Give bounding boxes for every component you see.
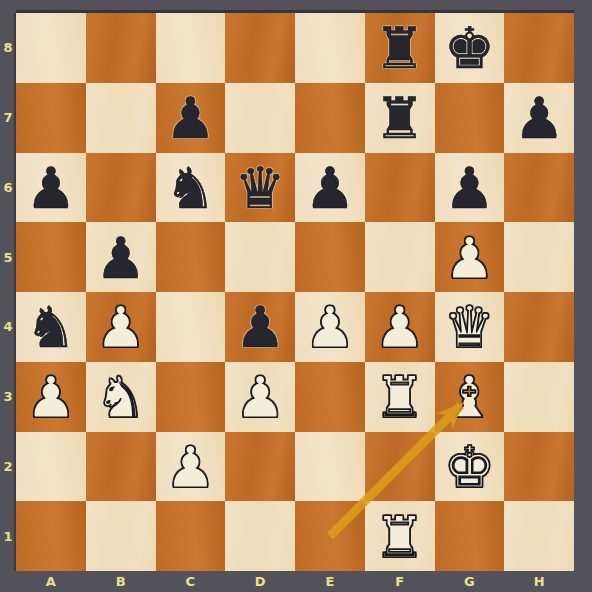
- file-label-a: A: [16, 571, 86, 592]
- square-g8[interactable]: ♚: [435, 13, 505, 83]
- square-a2[interactable]: [16, 432, 86, 502]
- square-b4[interactable]: ♟: [86, 292, 156, 362]
- black-pawn-icon: ♟: [514, 90, 565, 147]
- black-pawn-icon: ♟: [95, 230, 146, 287]
- square-b8[interactable]: [86, 13, 156, 83]
- square-e6[interactable]: ♟: [295, 153, 365, 223]
- square-c8[interactable]: [156, 13, 226, 83]
- white-queen-icon: ♛: [444, 299, 495, 356]
- square-a6[interactable]: ♟: [16, 153, 86, 223]
- white-knight-icon: ♞: [95, 369, 146, 426]
- square-g2[interactable]: ♚: [435, 432, 505, 502]
- black-pawn-icon: ♟: [165, 90, 216, 147]
- rank-label-5: 5: [0, 222, 16, 292]
- white-pawn-icon: ♟: [304, 299, 355, 356]
- black-queen-icon: ♛: [235, 160, 286, 217]
- white-pawn-icon: ♟: [165, 439, 216, 496]
- square-a3[interactable]: ♟: [16, 362, 86, 432]
- square-d3[interactable]: ♟: [225, 362, 295, 432]
- black-pawn-icon: ♟: [235, 299, 286, 356]
- square-c2[interactable]: ♟: [156, 432, 226, 502]
- square-c5[interactable]: [156, 222, 226, 292]
- square-e4[interactable]: ♟: [295, 292, 365, 362]
- square-g5[interactable]: ♟: [435, 222, 505, 292]
- white-pawn-icon: ♟: [25, 369, 76, 426]
- square-c7[interactable]: ♟: [156, 83, 226, 153]
- chess-board[interactable]: ♜♚♟♜♟♟♞♛♟♟♟♟♞♟♟♟♟♛♟♞♟♜♝♟♚♜: [16, 13, 574, 571]
- square-e2[interactable]: [295, 432, 365, 502]
- rank-label-1: 1: [0, 501, 16, 571]
- square-h4[interactable]: [504, 292, 574, 362]
- square-f2[interactable]: [365, 432, 435, 502]
- black-knight-icon: ♞: [165, 160, 216, 217]
- file-label-d: D: [225, 571, 295, 592]
- square-h1[interactable]: [504, 501, 574, 571]
- black-rook-icon: ♜: [374, 90, 425, 147]
- black-rook-icon: ♜: [374, 20, 425, 77]
- white-king-icon: ♚: [444, 439, 495, 496]
- square-c4[interactable]: [156, 292, 226, 362]
- square-c1[interactable]: [156, 501, 226, 571]
- white-pawn-icon: ♟: [235, 369, 286, 426]
- file-label-c: C: [156, 571, 226, 592]
- square-e5[interactable]: [295, 222, 365, 292]
- square-f3[interactable]: ♜: [365, 362, 435, 432]
- square-e1[interactable]: [295, 501, 365, 571]
- file-label-e: E: [295, 571, 365, 592]
- file-label-g: G: [435, 571, 505, 592]
- white-rook-icon: ♜: [374, 509, 425, 566]
- square-g6[interactable]: ♟: [435, 153, 505, 223]
- rank-label-2: 2: [0, 432, 16, 502]
- square-h5[interactable]: [504, 222, 574, 292]
- square-d8[interactable]: [225, 13, 295, 83]
- square-d5[interactable]: [225, 222, 295, 292]
- file-label-h: H: [504, 571, 574, 592]
- black-pawn-icon: ♟: [25, 160, 76, 217]
- chess-board-panel: 87654321 ♜♚♟♜♟♟♞♛♟♟♟♟♞♟♟♟♟♛♟♞♟♜♝♟♚♜ ABCD…: [0, 0, 592, 592]
- square-a5[interactable]: [16, 222, 86, 292]
- rank-label-8: 8: [0, 13, 16, 83]
- square-b2[interactable]: [86, 432, 156, 502]
- square-e7[interactable]: [295, 83, 365, 153]
- square-f8[interactable]: ♜: [365, 13, 435, 83]
- black-pawn-icon: ♟: [444, 160, 495, 217]
- square-d1[interactable]: [225, 501, 295, 571]
- square-f4[interactable]: ♟: [365, 292, 435, 362]
- square-h3[interactable]: [504, 362, 574, 432]
- square-b1[interactable]: [86, 501, 156, 571]
- white-pawn-icon: ♟: [444, 230, 495, 287]
- rank-label-3: 3: [0, 362, 16, 432]
- square-c3[interactable]: [156, 362, 226, 432]
- square-h6[interactable]: [504, 153, 574, 223]
- square-g1[interactable]: [435, 501, 505, 571]
- square-a4[interactable]: ♞: [16, 292, 86, 362]
- file-labels: ABCDEFGH: [16, 571, 574, 592]
- square-f1[interactable]: ♜: [365, 501, 435, 571]
- square-f6[interactable]: [365, 153, 435, 223]
- square-f5[interactable]: [365, 222, 435, 292]
- rank-label-4: 4: [0, 292, 16, 362]
- square-a8[interactable]: [16, 13, 86, 83]
- black-knight-icon: ♞: [25, 299, 76, 356]
- square-h8[interactable]: [504, 13, 574, 83]
- square-e8[interactable]: [295, 13, 365, 83]
- square-d7[interactable]: [225, 83, 295, 153]
- rank-label-7: 7: [0, 83, 16, 153]
- square-a1[interactable]: [16, 501, 86, 571]
- white-bishop-icon: ♝: [444, 369, 495, 426]
- square-a7[interactable]: [16, 83, 86, 153]
- square-f7[interactable]: ♜: [365, 83, 435, 153]
- square-c6[interactable]: ♞: [156, 153, 226, 223]
- square-g4[interactable]: ♛: [435, 292, 505, 362]
- rank-labels: 87654321: [0, 13, 16, 571]
- white-pawn-icon: ♟: [374, 299, 425, 356]
- square-b5[interactable]: ♟: [86, 222, 156, 292]
- square-d6[interactable]: ♛: [225, 153, 295, 223]
- square-g7[interactable]: [435, 83, 505, 153]
- square-b6[interactable]: [86, 153, 156, 223]
- black-pawn-icon: ♟: [304, 160, 355, 217]
- black-king-icon: ♚: [444, 20, 495, 77]
- rank-label-6: 6: [0, 153, 16, 223]
- square-g3[interactable]: ♝: [435, 362, 505, 432]
- file-label-b: B: [86, 571, 156, 592]
- square-b7[interactable]: [86, 83, 156, 153]
- square-d2[interactable]: [225, 432, 295, 502]
- square-d4[interactable]: ♟: [225, 292, 295, 362]
- white-pawn-icon: ♟: [95, 299, 146, 356]
- square-h7[interactable]: ♟: [504, 83, 574, 153]
- white-rook-icon: ♜: [374, 369, 425, 426]
- square-b3[interactable]: ♞: [86, 362, 156, 432]
- square-e3[interactable]: [295, 362, 365, 432]
- square-h2[interactable]: [504, 432, 574, 502]
- file-label-f: F: [365, 571, 435, 592]
